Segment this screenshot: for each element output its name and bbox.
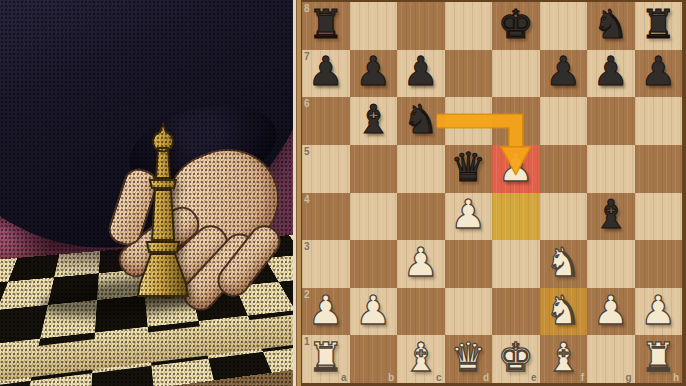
square-f8[interactable] bbox=[540, 2, 588, 50]
square-f3[interactable]: ♞ bbox=[540, 240, 588, 288]
piece-white-pawn-c3[interactable]: ♟ bbox=[403, 242, 439, 282]
piece-black-queen-d5[interactable]: ♛ bbox=[450, 147, 486, 187]
square-g8[interactable]: ♞ bbox=[587, 2, 635, 50]
square-d7[interactable] bbox=[445, 50, 493, 98]
piece-white-bishop-c1[interactable]: ♝ bbox=[403, 337, 439, 377]
rank-label-6: 6 bbox=[304, 98, 310, 109]
chess-board-frame: 8♜♚♞♜7♟♟♟♟♟♟6♝♞5♛♟4♟♝3♟♞2♟♟♞♟♟1a♜bc♝d♛e♚… bbox=[296, 0, 686, 386]
square-b7[interactable]: ♟ bbox=[350, 50, 398, 98]
square-f6[interactable] bbox=[540, 97, 588, 145]
piece-white-pawn-d4[interactable]: ♟ bbox=[450, 194, 486, 234]
piece-white-queen-d1[interactable]: ♛ bbox=[450, 337, 486, 377]
square-g4[interactable]: ♝ bbox=[587, 193, 635, 241]
square-f7[interactable]: ♟ bbox=[540, 50, 588, 98]
cover-art bbox=[0, 0, 296, 386]
square-c2[interactable] bbox=[397, 288, 445, 336]
square-e6[interactable] bbox=[492, 97, 540, 145]
square-e4[interactable] bbox=[492, 193, 540, 241]
square-e2[interactable] bbox=[492, 288, 540, 336]
square-f4[interactable] bbox=[540, 193, 588, 241]
piece-black-king-e8[interactable]: ♚ bbox=[498, 4, 534, 44]
square-g1[interactable]: g bbox=[587, 335, 635, 383]
piece-black-pawn-f7[interactable]: ♟ bbox=[545, 51, 581, 91]
piece-black-pawn-a7[interactable]: ♟ bbox=[308, 51, 344, 91]
piece-black-pawn-c7[interactable]: ♟ bbox=[403, 51, 439, 91]
square-c3[interactable]: ♟ bbox=[397, 240, 445, 288]
rank-label-7: 7 bbox=[304, 51, 310, 62]
square-g5[interactable] bbox=[587, 145, 635, 193]
square-a2[interactable]: 2♟ bbox=[302, 288, 350, 336]
square-g3[interactable] bbox=[587, 240, 635, 288]
square-b6[interactable]: ♝ bbox=[350, 97, 398, 145]
square-f1[interactable]: f♝ bbox=[540, 335, 588, 383]
rank-label-1: 1 bbox=[304, 336, 310, 347]
square-e8[interactable]: ♚ bbox=[492, 2, 540, 50]
square-g7[interactable]: ♟ bbox=[587, 50, 635, 98]
square-h1[interactable]: h♜ bbox=[635, 335, 683, 383]
square-d5[interactable]: ♛ bbox=[445, 145, 493, 193]
piece-white-bishop-f1[interactable]: ♝ bbox=[545, 337, 581, 377]
piece-black-rook-h8[interactable]: ♜ bbox=[640, 4, 676, 44]
piece-white-king-e1[interactable]: ♚ bbox=[498, 337, 534, 377]
square-e5[interactable]: ♟ bbox=[492, 145, 540, 193]
square-d2[interactable] bbox=[445, 288, 493, 336]
file-label-e: e bbox=[531, 372, 537, 383]
square-a7[interactable]: 7♟ bbox=[302, 50, 350, 98]
piece-black-pawn-g7[interactable]: ♟ bbox=[593, 51, 629, 91]
piece-white-rook-a1[interactable]: ♜ bbox=[308, 337, 344, 377]
piece-black-knight-c6[interactable]: ♞ bbox=[403, 99, 439, 139]
square-h4[interactable] bbox=[635, 193, 683, 241]
screenshot-root: 8♜♚♞♜7♟♟♟♟♟♟6♝♞5♛♟4♟♝3♟♞2♟♟♞♟♟1a♜bc♝d♛e♚… bbox=[0, 0, 686, 386]
square-b2[interactable]: ♟ bbox=[350, 288, 398, 336]
square-e1[interactable]: e♚ bbox=[492, 335, 540, 383]
piece-white-pawn-a2[interactable]: ♟ bbox=[308, 290, 344, 330]
square-h7[interactable]: ♟ bbox=[635, 50, 683, 98]
file-label-f: f bbox=[581, 372, 584, 383]
square-g6[interactable] bbox=[587, 97, 635, 145]
file-label-a: a bbox=[341, 372, 347, 383]
square-a8[interactable]: 8♜ bbox=[302, 2, 350, 50]
square-d3[interactable] bbox=[445, 240, 493, 288]
piece-black-pawn-h7[interactable]: ♟ bbox=[640, 51, 676, 91]
square-h2[interactable]: ♟ bbox=[635, 288, 683, 336]
rank-label-4: 4 bbox=[304, 194, 310, 205]
square-d8[interactable] bbox=[445, 2, 493, 50]
piece-white-pawn-h2[interactable]: ♟ bbox=[640, 290, 676, 330]
piece-white-pawn-b2[interactable]: ♟ bbox=[355, 290, 391, 330]
square-b4[interactable] bbox=[350, 193, 398, 241]
file-label-d: d bbox=[483, 372, 489, 383]
file-label-c: c bbox=[436, 372, 442, 383]
square-c1[interactable]: c♝ bbox=[397, 335, 445, 383]
square-a3[interactable]: 3 bbox=[302, 240, 350, 288]
square-b1[interactable]: b bbox=[350, 335, 398, 383]
square-h6[interactable] bbox=[635, 97, 683, 145]
square-c7[interactable]: ♟ bbox=[397, 50, 445, 98]
rank-label-2: 2 bbox=[304, 289, 310, 300]
square-e7[interactable] bbox=[492, 50, 540, 98]
piece-black-bishop-g4[interactable]: ♝ bbox=[593, 194, 629, 234]
square-c4[interactable] bbox=[397, 193, 445, 241]
chess-board: 8♜♚♞♜7♟♟♟♟♟♟6♝♞5♛♟4♟♝3♟♞2♟♟♞♟♟1a♜bc♝d♛e♚… bbox=[302, 2, 682, 383]
square-f5[interactable] bbox=[540, 145, 588, 193]
rank-label-8: 8 bbox=[304, 3, 310, 14]
piece-white-knight-f2[interactable]: ♞ bbox=[545, 290, 581, 330]
square-c8[interactable] bbox=[397, 2, 445, 50]
square-c5[interactable] bbox=[397, 145, 445, 193]
square-a6[interactable]: 6 bbox=[302, 97, 350, 145]
piece-black-rook-a8[interactable]: ♜ bbox=[308, 4, 344, 44]
file-label-b: b bbox=[388, 372, 394, 383]
square-h3[interactable] bbox=[635, 240, 683, 288]
square-b8[interactable] bbox=[350, 2, 398, 50]
square-h8[interactable]: ♜ bbox=[635, 2, 683, 50]
file-label-g: g bbox=[625, 372, 631, 383]
square-g2[interactable]: ♟ bbox=[587, 288, 635, 336]
piece-black-knight-g8[interactable]: ♞ bbox=[593, 4, 629, 44]
piece-white-pawn-g2[interactable]: ♟ bbox=[593, 290, 629, 330]
square-c6[interactable]: ♞ bbox=[397, 97, 445, 145]
piece-black-bishop-b6[interactable]: ♝ bbox=[355, 99, 391, 139]
piece-white-rook-h1[interactable]: ♜ bbox=[640, 337, 676, 377]
square-b5[interactable] bbox=[350, 145, 398, 193]
piece-white-knight-f3[interactable]: ♞ bbox=[545, 242, 581, 282]
square-a1[interactable]: 1a♜ bbox=[302, 335, 350, 383]
square-f2[interactable]: ♞ bbox=[540, 288, 588, 336]
square-e3[interactable] bbox=[492, 240, 540, 288]
square-h5[interactable] bbox=[635, 145, 683, 193]
square-a5[interactable]: 5 bbox=[302, 145, 350, 193]
rank-label-3: 3 bbox=[304, 241, 310, 252]
rank-label-5: 5 bbox=[304, 146, 310, 157]
square-d4[interactable]: ♟ bbox=[445, 193, 493, 241]
gold-king-piece bbox=[130, 122, 196, 304]
file-label-h: h bbox=[673, 372, 679, 383]
square-a4[interactable]: 4 bbox=[302, 193, 350, 241]
square-d1[interactable]: d♛ bbox=[445, 335, 493, 383]
square-b3[interactable] bbox=[350, 240, 398, 288]
square-d6[interactable] bbox=[445, 97, 493, 145]
piece-black-pawn-b7[interactable]: ♟ bbox=[355, 51, 391, 91]
piece-white-pawn-e5[interactable]: ♟ bbox=[498, 147, 534, 187]
